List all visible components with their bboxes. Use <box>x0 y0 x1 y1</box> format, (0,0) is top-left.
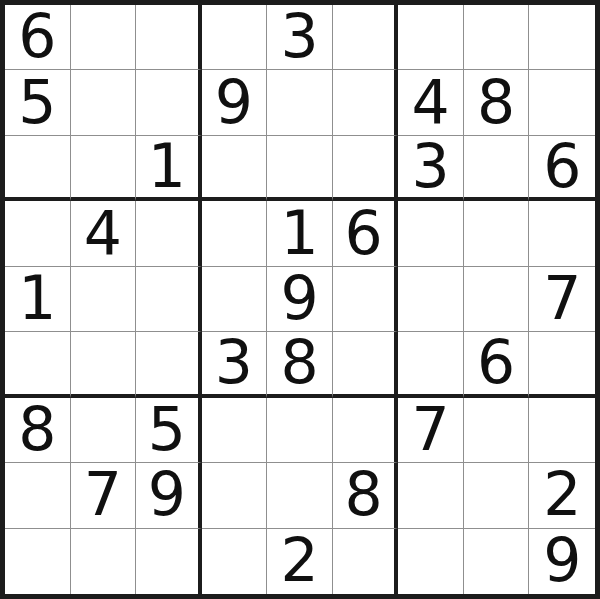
given-digit: 1 <box>18 268 56 328</box>
cell-r8c4[interactable] <box>202 463 268 528</box>
cell-r1c1[interactable]: 6 <box>5 5 71 70</box>
cell-r7c3[interactable]: 5 <box>136 398 202 463</box>
cell-r9c2[interactable] <box>71 529 137 594</box>
given-digit: 8 <box>280 332 318 392</box>
cell-r2c3[interactable] <box>136 70 202 135</box>
given-digit: 2 <box>280 530 318 590</box>
cell-r5c2[interactable] <box>71 267 137 332</box>
cell-r2c8[interactable]: 8 <box>464 70 530 135</box>
cell-r2c7[interactable]: 4 <box>398 70 464 135</box>
cell-r6c2[interactable] <box>71 332 137 397</box>
given-digit: 1 <box>280 203 318 263</box>
cell-r2c2[interactable] <box>71 70 137 135</box>
cell-r1c9[interactable] <box>529 5 595 70</box>
cell-r5c9[interactable]: 7 <box>529 267 595 332</box>
cell-r1c2[interactable] <box>71 5 137 70</box>
given-digit: 8 <box>477 72 515 132</box>
cell-r2c9[interactable] <box>529 70 595 135</box>
cell-r4c9[interactable] <box>529 201 595 266</box>
cell-r6c5[interactable]: 8 <box>267 332 333 397</box>
cell-r3c2[interactable] <box>71 136 137 201</box>
cell-r1c4[interactable] <box>202 5 268 70</box>
cell-r1c7[interactable] <box>398 5 464 70</box>
cell-r2c4[interactable]: 9 <box>202 70 268 135</box>
cell-r4c6[interactable]: 6 <box>333 201 399 266</box>
cell-r1c6[interactable] <box>333 5 399 70</box>
cell-r8c5[interactable] <box>267 463 333 528</box>
cell-r6c7[interactable] <box>398 332 464 397</box>
cell-r7c6[interactable] <box>333 398 399 463</box>
cell-r6c6[interactable] <box>333 332 399 397</box>
given-digit: 6 <box>477 332 515 392</box>
cell-r1c3[interactable] <box>136 5 202 70</box>
cell-r5c7[interactable] <box>398 267 464 332</box>
cell-r2c6[interactable] <box>333 70 399 135</box>
cell-r2c5[interactable] <box>267 70 333 135</box>
cell-r3c3[interactable]: 1 <box>136 136 202 201</box>
cell-r6c1[interactable] <box>5 332 71 397</box>
cell-r4c1[interactable] <box>5 201 71 266</box>
given-digit: 9 <box>543 530 581 590</box>
cell-r8c3[interactable]: 9 <box>136 463 202 528</box>
cell-r3c6[interactable] <box>333 136 399 201</box>
cell-r4c4[interactable] <box>202 201 268 266</box>
cell-r5c3[interactable] <box>136 267 202 332</box>
cell-r9c5[interactable]: 2 <box>267 529 333 594</box>
cell-r9c3[interactable] <box>136 529 202 594</box>
cell-r3c9[interactable]: 6 <box>529 136 595 201</box>
cell-r5c1[interactable]: 1 <box>5 267 71 332</box>
given-digit: 6 <box>543 136 581 196</box>
given-digit: 1 <box>148 136 186 196</box>
cell-r4c7[interactable] <box>398 201 464 266</box>
given-digit: 9 <box>280 268 318 328</box>
given-digit: 4 <box>412 72 450 132</box>
sudoku-board: 635948136416197386857798229 <box>0 0 600 599</box>
cell-r8c7[interactable] <box>398 463 464 528</box>
given-digit: 8 <box>344 464 382 524</box>
given-digit: 9 <box>215 72 253 132</box>
given-digit: 8 <box>18 399 56 459</box>
cell-r6c3[interactable] <box>136 332 202 397</box>
cell-r6c9[interactable] <box>529 332 595 397</box>
cell-r8c1[interactable] <box>5 463 71 528</box>
cell-r1c5[interactable]: 3 <box>267 5 333 70</box>
given-digit: 7 <box>412 399 450 459</box>
cell-r7c5[interactable] <box>267 398 333 463</box>
cell-r3c1[interactable] <box>5 136 71 201</box>
cell-r8c2[interactable]: 7 <box>71 463 137 528</box>
cell-r1c8[interactable] <box>464 5 530 70</box>
given-digit: 4 <box>84 203 122 263</box>
cell-r7c1[interactable]: 8 <box>5 398 71 463</box>
given-digit: 5 <box>18 72 56 132</box>
cell-r9c1[interactable] <box>5 529 71 594</box>
given-digit: 5 <box>148 399 186 459</box>
given-digit: 2 <box>543 464 581 524</box>
cell-r9c7[interactable] <box>398 529 464 594</box>
cell-r5c4[interactable] <box>202 267 268 332</box>
cell-r7c2[interactable] <box>71 398 137 463</box>
cell-r8c8[interactable] <box>464 463 530 528</box>
cell-r2c1[interactable]: 5 <box>5 70 71 135</box>
cell-r3c4[interactable] <box>202 136 268 201</box>
cell-r3c7[interactable]: 3 <box>398 136 464 201</box>
cell-r7c7[interactable]: 7 <box>398 398 464 463</box>
given-digit: 3 <box>215 332 253 392</box>
given-digit: 6 <box>18 6 56 66</box>
cell-r9c4[interactable] <box>202 529 268 594</box>
cell-r7c8[interactable] <box>464 398 530 463</box>
cell-r5c5[interactable]: 9 <box>267 267 333 332</box>
given-digit: 3 <box>412 136 450 196</box>
given-digit: 9 <box>148 464 186 524</box>
cell-r4c8[interactable] <box>464 201 530 266</box>
given-digit: 6 <box>344 203 382 263</box>
cell-r7c9[interactable] <box>529 398 595 463</box>
cell-r5c8[interactable] <box>464 267 530 332</box>
cell-r8c6[interactable]: 8 <box>333 463 399 528</box>
cell-r6c4[interactable]: 3 <box>202 332 268 397</box>
given-digit: 7 <box>84 464 122 524</box>
cell-r4c3[interactable] <box>136 201 202 266</box>
cell-r3c5[interactable] <box>267 136 333 201</box>
given-digit: 7 <box>543 268 581 328</box>
cell-r4c2[interactable]: 4 <box>71 201 137 266</box>
cell-r4c5[interactable]: 1 <box>267 201 333 266</box>
cell-r3c8[interactable] <box>464 136 530 201</box>
cell-r9c6[interactable] <box>333 529 399 594</box>
cell-r9c8[interactable] <box>464 529 530 594</box>
cell-r7c4[interactable] <box>202 398 268 463</box>
given-digit: 3 <box>280 6 318 66</box>
cell-r9c9[interactable]: 9 <box>529 529 595 594</box>
cell-r5c6[interactable] <box>333 267 399 332</box>
cell-r6c8[interactable]: 6 <box>464 332 530 397</box>
cell-r8c9[interactable]: 2 <box>529 463 595 528</box>
